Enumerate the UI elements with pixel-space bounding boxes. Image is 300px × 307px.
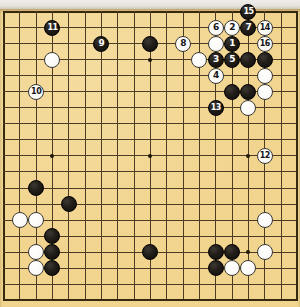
stone-black [240, 84, 256, 100]
move-number: 2 [229, 23, 235, 32]
stone-white [257, 244, 273, 260]
stone-move-1: 1 [224, 36, 240, 52]
stone-white [12, 212, 28, 228]
stone-move-3: 3 [208, 52, 224, 68]
grid-line-horizontal [3, 188, 299, 189]
move-number: 1 [229, 39, 235, 48]
grid-line-vertical [281, 11, 282, 302]
stone-white [240, 100, 256, 116]
stone-white [28, 244, 44, 260]
stone-black [28, 180, 44, 196]
stone-white [191, 52, 207, 68]
move-number: 9 [99, 39, 105, 48]
stone-white [224, 260, 240, 276]
move-number: 13 [211, 103, 221, 111]
grid-line-vertical [183, 11, 184, 302]
stone-black [142, 36, 158, 52]
stone-black [224, 244, 240, 260]
stone-white [257, 212, 273, 228]
star-point [148, 154, 152, 158]
star-point [246, 154, 250, 158]
stone-black [208, 244, 224, 260]
stone-black [257, 52, 273, 68]
stone-black [240, 52, 256, 68]
move-number: 10 [31, 87, 41, 95]
star-point [50, 154, 54, 158]
move-number: 3 [213, 55, 219, 64]
stone-black [44, 260, 60, 276]
stone-white [28, 260, 44, 276]
stone-white [44, 52, 60, 68]
grid-line-horizontal [3, 171, 299, 172]
stone-move-13: 13 [208, 100, 224, 116]
star-point [246, 250, 250, 254]
move-number: 8 [180, 39, 186, 48]
stone-white [208, 36, 224, 52]
stone-black [208, 260, 224, 276]
stone-black [142, 244, 158, 260]
grid-line-horizontal [3, 284, 299, 285]
move-number: 11 [47, 23, 57, 31]
stone-move-10: 10 [28, 84, 44, 100]
stone-white [28, 212, 44, 228]
stone-black [61, 196, 77, 212]
move-number: 16 [260, 39, 270, 47]
star-point [148, 58, 152, 62]
move-number: 7 [246, 23, 252, 32]
grid-line-vertical [296, 11, 298, 302]
stone-black [44, 244, 60, 260]
move-number: 4 [213, 71, 219, 80]
move-number: 14 [260, 23, 270, 31]
stone-move-5: 5 [224, 52, 240, 68]
stone-move-11: 11 [44, 20, 60, 36]
stone-move-14: 14 [257, 20, 273, 36]
stone-white [257, 84, 273, 100]
grid-line-horizontal [3, 220, 299, 221]
stone-move-16: 16 [257, 36, 273, 52]
stone-move-12: 12 [257, 148, 273, 164]
grid-line-horizontal [3, 299, 299, 301]
stone-move-6: 6 [208, 20, 224, 36]
grid-line-vertical [166, 11, 167, 302]
stone-move-2: 2 [224, 20, 240, 36]
stone-move-9: 9 [93, 36, 109, 52]
move-number: 6 [213, 23, 219, 32]
stone-move-8: 8 [175, 36, 191, 52]
stone-move-15: 15 [240, 4, 256, 20]
stone-black [44, 228, 60, 244]
go-board-diagram: 12345678910111213141516 [0, 0, 300, 307]
stone-white [240, 260, 256, 276]
stone-move-7: 7 [240, 20, 256, 36]
stone-move-4: 4 [208, 68, 224, 84]
move-number: 15 [243, 7, 253, 15]
board-overlay: 12345678910111213141516 [0, 0, 300, 307]
move-number: 12 [260, 151, 270, 159]
stone-white [257, 68, 273, 84]
move-number: 5 [229, 55, 235, 64]
stone-black [224, 84, 240, 100]
grid-line-horizontal [3, 204, 299, 205]
